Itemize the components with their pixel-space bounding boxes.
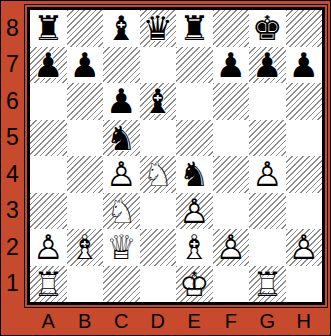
square-a3[interactable] [30, 193, 67, 230]
square-c3[interactable]: ♘ [103, 193, 140, 230]
file-label-g: G [249, 308, 286, 333]
square-g8[interactable]: ♚ [249, 10, 286, 47]
board: ♜♝♛♜♚♟♟♟♟♟♟♝♞♙♘♞♙♘♙♙♗♕♗♙♙♖♔♖ [30, 10, 322, 302]
file-label-e: E [176, 308, 213, 333]
square-h1[interactable] [286, 266, 323, 303]
square-a5[interactable] [30, 120, 67, 157]
square-e4[interactable]: ♞ [176, 156, 213, 193]
square-g6[interactable] [249, 83, 286, 120]
white-pawn[interactable]: ♙ [216, 230, 246, 264]
square-e2[interactable]: ♗ [176, 229, 213, 266]
square-a1[interactable]: ♖ [30, 266, 67, 303]
square-d3[interactable] [140, 193, 177, 230]
file-label-h: H [286, 308, 323, 333]
square-g1[interactable]: ♖ [249, 266, 286, 303]
square-b3[interactable] [67, 193, 104, 230]
white-pawn[interactable]: ♙ [289, 230, 319, 264]
square-c5[interactable]: ♞ [103, 120, 140, 157]
rank-label-2: 2 [1, 229, 24, 266]
square-a8[interactable]: ♜ [30, 10, 67, 47]
white-bishop[interactable]: ♗ [70, 230, 100, 264]
square-g5[interactable] [249, 120, 286, 157]
rank-labels: 87654321 [1, 10, 24, 302]
square-h4[interactable] [286, 156, 323, 193]
black-pawn[interactable]: ♟ [33, 48, 63, 82]
square-d7[interactable] [140, 47, 177, 84]
black-bishop[interactable]: ♝ [106, 11, 136, 45]
black-pawn[interactable]: ♟ [289, 48, 319, 82]
square-b2[interactable]: ♗ [67, 229, 104, 266]
white-king[interactable]: ♔ [179, 267, 209, 301]
chess-diagram: 87654321 ♜♝♛♜♚♟♟♟♟♟♟♝♞♙♘♞♙♘♙♙♗♕♗♙♙♖♔♖ AB… [0, 0, 331, 336]
white-knight[interactable]: ♘ [143, 157, 173, 191]
rank-label-4: 4 [1, 156, 24, 193]
white-pawn[interactable]: ♙ [252, 157, 282, 191]
square-f2[interactable]: ♙ [213, 229, 250, 266]
black-rook[interactable]: ♜ [179, 11, 209, 45]
square-c6[interactable]: ♟ [103, 83, 140, 120]
square-g4[interactable]: ♙ [249, 156, 286, 193]
square-f4[interactable] [213, 156, 250, 193]
square-c4[interactable]: ♙ [103, 156, 140, 193]
square-h5[interactable] [286, 120, 323, 157]
black-pawn[interactable]: ♟ [106, 84, 136, 118]
file-labels: ABCDEFGH [30, 308, 322, 333]
white-rook[interactable]: ♖ [252, 267, 282, 301]
square-b7[interactable]: ♟ [67, 47, 104, 84]
white-pawn[interactable]: ♙ [106, 157, 136, 191]
white-queen[interactable]: ♕ [106, 230, 136, 264]
square-g2[interactable] [249, 229, 286, 266]
white-pawn[interactable]: ♙ [179, 194, 209, 228]
square-e6[interactable] [176, 83, 213, 120]
square-h3[interactable] [286, 193, 323, 230]
rank-label-3: 3 [1, 193, 24, 230]
rank-label-5: 5 [1, 120, 24, 157]
square-d2[interactable] [140, 229, 177, 266]
square-f8[interactable] [213, 10, 250, 47]
black-king[interactable]: ♚ [252, 11, 282, 45]
square-g3[interactable] [249, 193, 286, 230]
square-f3[interactable] [213, 193, 250, 230]
file-label-f: F [213, 308, 250, 333]
white-bishop[interactable]: ♗ [179, 230, 209, 264]
square-b1[interactable] [67, 266, 104, 303]
square-e5[interactable] [176, 120, 213, 157]
black-pawn[interactable]: ♟ [252, 48, 282, 82]
rank-label-6: 6 [1, 83, 24, 120]
square-c8[interactable]: ♝ [103, 10, 140, 47]
file-label-a: A [30, 308, 67, 333]
square-d4[interactable]: ♘ [140, 156, 177, 193]
square-d1[interactable] [140, 266, 177, 303]
black-pawn[interactable]: ♟ [216, 48, 246, 82]
square-a4[interactable] [30, 156, 67, 193]
square-d8[interactable]: ♛ [140, 10, 177, 47]
file-label-c: C [103, 308, 140, 333]
black-pawn[interactable]: ♟ [70, 48, 100, 82]
square-c7[interactable] [103, 47, 140, 84]
square-b6[interactable] [67, 83, 104, 120]
square-c1[interactable] [103, 266, 140, 303]
square-a6[interactable] [30, 83, 67, 120]
square-f5[interactable] [213, 120, 250, 157]
rank-label-7: 7 [1, 47, 24, 84]
square-f7[interactable]: ♟ [213, 47, 250, 84]
board-frame: ♜♝♛♜♚♟♟♟♟♟♟♝♞♙♘♞♙♘♙♙♗♕♗♙♙♖♔♖ [24, 4, 328, 308]
square-a2[interactable]: ♙ [30, 229, 67, 266]
square-c2[interactable]: ♕ [103, 229, 140, 266]
square-h6[interactable] [286, 83, 323, 120]
file-label-d: D [140, 308, 177, 333]
square-b4[interactable] [67, 156, 104, 193]
square-h2[interactable]: ♙ [286, 229, 323, 266]
square-e3[interactable]: ♙ [176, 193, 213, 230]
white-pawn[interactable]: ♙ [33, 230, 63, 264]
square-g7[interactable]: ♟ [249, 47, 286, 84]
black-bishop[interactable]: ♝ [143, 84, 173, 118]
square-e8[interactable]: ♜ [176, 10, 213, 47]
white-knight[interactable]: ♘ [106, 194, 136, 228]
square-d5[interactable] [140, 120, 177, 157]
square-e1[interactable]: ♔ [176, 266, 213, 303]
square-d6[interactable]: ♝ [140, 83, 177, 120]
square-a7[interactable]: ♟ [30, 47, 67, 84]
square-b5[interactable] [67, 120, 104, 157]
square-f1[interactable] [213, 266, 250, 303]
white-rook[interactable]: ♖ [33, 267, 63, 301]
black-rook[interactable]: ♜ [33, 11, 63, 45]
square-f6[interactable] [213, 83, 250, 120]
rank-label-8: 8 [1, 10, 24, 47]
square-e7[interactable] [176, 47, 213, 84]
square-h8[interactable] [286, 10, 323, 47]
black-knight[interactable]: ♞ [179, 157, 209, 191]
file-label-b: B [67, 308, 104, 333]
black-knight[interactable]: ♞ [106, 121, 136, 155]
square-h7[interactable]: ♟ [286, 47, 323, 84]
square-b8[interactable] [67, 10, 104, 47]
rank-label-1: 1 [1, 266, 24, 303]
black-queen[interactable]: ♛ [143, 11, 173, 45]
